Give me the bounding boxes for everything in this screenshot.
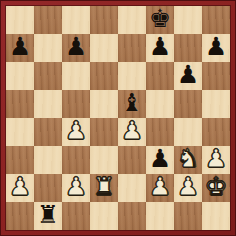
square-a5[interactable] [6,90,34,118]
square-a2[interactable]: ♟ [6,174,34,202]
square-c8[interactable] [62,6,90,34]
black-pawn-f7[interactable]: ♟ [149,33,171,61]
square-a8[interactable] [6,6,34,34]
square-e4[interactable]: ♟ [118,118,146,146]
square-c7[interactable]: ♟ [62,34,90,62]
square-f3[interactable]: ♟ [146,146,174,174]
black-king-f8[interactable]: ♚ [149,5,171,33]
square-b1[interactable]: ♜ [34,202,62,230]
chess-board: ♚♟♟♟♟♟♝♟♟♟♞♟♟♟♜♟♟♚♜ [6,6,230,230]
square-h4[interactable] [202,118,230,146]
white-pawn-c2[interactable]: ♟ [65,173,87,201]
square-c1[interactable] [62,202,90,230]
square-b3[interactable] [34,146,62,174]
square-c2[interactable]: ♟ [62,174,90,202]
square-g6[interactable]: ♟ [174,62,202,90]
square-g7[interactable] [174,34,202,62]
white-pawn-h3[interactable]: ♟ [205,145,227,173]
square-h7[interactable]: ♟ [202,34,230,62]
square-d1[interactable] [90,202,118,230]
square-g3[interactable]: ♞ [174,146,202,174]
square-h3[interactable]: ♟ [202,146,230,174]
square-g2[interactable]: ♟ [174,174,202,202]
square-f4[interactable] [146,118,174,146]
square-a7[interactable]: ♟ [6,34,34,62]
square-a1[interactable] [6,202,34,230]
square-f1[interactable] [146,202,174,230]
square-g5[interactable] [174,90,202,118]
black-pawn-a7[interactable]: ♟ [9,33,31,61]
square-d2[interactable]: ♜ [90,174,118,202]
square-c6[interactable] [62,62,90,90]
black-rook-b1[interactable]: ♜ [37,201,59,229]
square-e7[interactable] [118,34,146,62]
square-a6[interactable] [6,62,34,90]
square-g8[interactable] [174,6,202,34]
square-d6[interactable] [90,62,118,90]
square-e2[interactable] [118,174,146,202]
white-knight-g3[interactable]: ♞ [177,145,199,173]
square-f6[interactable] [146,62,174,90]
square-g4[interactable] [174,118,202,146]
square-h6[interactable] [202,62,230,90]
black-pawn-f3[interactable]: ♟ [149,145,171,173]
square-f2[interactable]: ♟ [146,174,174,202]
square-d4[interactable] [90,118,118,146]
square-h8[interactable] [202,6,230,34]
square-d7[interactable] [90,34,118,62]
square-b4[interactable] [34,118,62,146]
square-g1[interactable] [174,202,202,230]
square-h5[interactable] [202,90,230,118]
black-pawn-c7[interactable]: ♟ [65,33,87,61]
square-d3[interactable] [90,146,118,174]
white-pawn-e4[interactable]: ♟ [121,117,143,145]
square-c5[interactable] [62,90,90,118]
square-d5[interactable] [90,90,118,118]
square-e5[interactable]: ♝ [118,90,146,118]
white-rook-d2[interactable]: ♜ [93,173,115,201]
square-a4[interactable] [6,118,34,146]
board-frame: ♚♟♟♟♟♟♝♟♟♟♞♟♟♟♜♟♟♚♜ [0,0,236,236]
square-c3[interactable] [62,146,90,174]
black-pawn-h7[interactable]: ♟ [205,33,227,61]
square-b5[interactable] [34,90,62,118]
square-f8[interactable]: ♚ [146,6,174,34]
white-pawn-g2[interactable]: ♟ [177,173,199,201]
square-b8[interactable] [34,6,62,34]
square-f7[interactable]: ♟ [146,34,174,62]
white-pawn-a2[interactable]: ♟ [9,173,31,201]
square-h1[interactable] [202,202,230,230]
square-h2[interactable]: ♚ [202,174,230,202]
white-king-h2[interactable]: ♚ [205,173,227,201]
square-b2[interactable] [34,174,62,202]
square-e6[interactable] [118,62,146,90]
black-pawn-g6[interactable]: ♟ [177,61,199,89]
white-pawn-f2[interactable]: ♟ [149,173,171,201]
square-c4[interactable]: ♟ [62,118,90,146]
square-e1[interactable] [118,202,146,230]
square-d8[interactable] [90,6,118,34]
square-b7[interactable] [34,34,62,62]
square-e3[interactable] [118,146,146,174]
square-f5[interactable] [146,90,174,118]
white-pawn-c4[interactable]: ♟ [65,117,87,145]
square-b6[interactable] [34,62,62,90]
black-bishop-e5[interactable]: ♝ [121,89,143,117]
square-e8[interactable] [118,6,146,34]
square-a3[interactable] [6,146,34,174]
